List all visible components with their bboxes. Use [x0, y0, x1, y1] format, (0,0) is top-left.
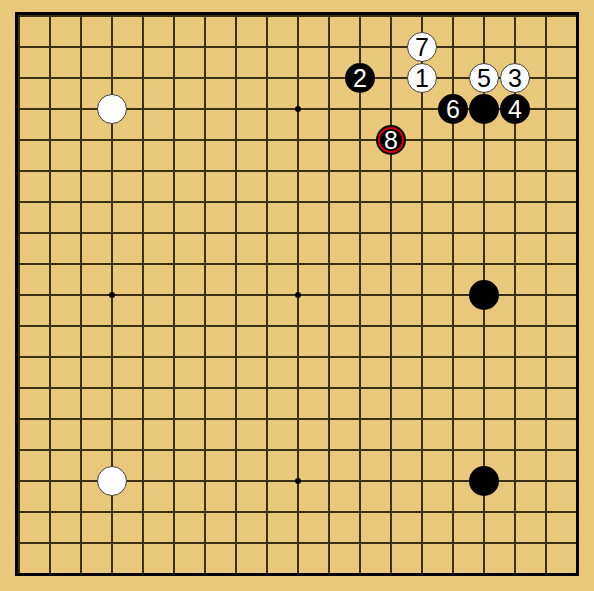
grid-cell	[235, 387, 266, 418]
grid-cell	[359, 263, 390, 294]
grid-cell	[266, 139, 297, 170]
grid-cell	[297, 139, 328, 170]
grid-cell	[545, 387, 576, 418]
grid-cell	[266, 418, 297, 449]
grid-cell	[204, 418, 235, 449]
grid-cell	[18, 108, 49, 139]
grid-cell	[204, 232, 235, 263]
grid-cell	[18, 325, 49, 356]
grid-cell	[235, 263, 266, 294]
grid-cell	[111, 511, 142, 542]
grid-cell	[514, 449, 545, 480]
grid-cell	[235, 294, 266, 325]
grid-cell	[235, 15, 266, 46]
grid-cell	[204, 108, 235, 139]
grid-cell	[421, 418, 452, 449]
grid-cell	[142, 542, 173, 573]
grid-cell	[235, 356, 266, 387]
grid-cell	[297, 232, 328, 263]
go-board[interactable]: 12345678	[15, 12, 579, 576]
grid-cell	[328, 139, 359, 170]
grid-cell	[545, 418, 576, 449]
star-point	[295, 292, 301, 298]
grid-cell	[545, 139, 576, 170]
grid-cell	[545, 46, 576, 77]
grid-cell	[452, 387, 483, 418]
grid-cell	[359, 170, 390, 201]
grid-cell	[49, 511, 80, 542]
grid-cell	[359, 201, 390, 232]
grid-cell	[421, 387, 452, 418]
grid-cell	[235, 139, 266, 170]
grid-cell	[204, 263, 235, 294]
grid-cell	[266, 294, 297, 325]
grid-cell	[452, 542, 483, 573]
grid-cell	[545, 263, 576, 294]
grid-cell	[297, 170, 328, 201]
grid-cell	[111, 46, 142, 77]
grid-cell	[359, 387, 390, 418]
grid-cell	[421, 201, 452, 232]
grid-cell	[266, 325, 297, 356]
grid-cell	[545, 449, 576, 480]
grid-cell	[545, 108, 576, 139]
grid-cell	[18, 449, 49, 480]
grid-cell	[266, 387, 297, 418]
grid-cell	[235, 77, 266, 108]
grid-cell	[204, 325, 235, 356]
grid-cell	[421, 325, 452, 356]
grid-cell	[545, 356, 576, 387]
stone-o17: 1	[407, 63, 437, 93]
grid-cell	[235, 46, 266, 77]
grid-cell	[483, 232, 514, 263]
grid-cell	[545, 511, 576, 542]
grid-cell	[18, 294, 49, 325]
grid-cell	[514, 542, 545, 573]
grid-cell	[80, 387, 111, 418]
grid-cell	[18, 77, 49, 108]
grid-cell	[80, 325, 111, 356]
grid-cell	[173, 139, 204, 170]
grid-cell	[421, 542, 452, 573]
grid-cell	[514, 139, 545, 170]
move-number-label: 1	[415, 63, 429, 93]
grid-cell	[452, 511, 483, 542]
grid-cell	[328, 480, 359, 511]
grid-cell	[80, 232, 111, 263]
grid-cell	[142, 170, 173, 201]
grid-cell	[173, 232, 204, 263]
grid-cell	[173, 418, 204, 449]
grid-cell	[359, 294, 390, 325]
stone-p16: 6	[438, 94, 468, 124]
grid-cell	[545, 15, 576, 46]
grid-cell	[514, 511, 545, 542]
grid-cell	[204, 170, 235, 201]
grid-cell	[80, 356, 111, 387]
grid-cell	[111, 201, 142, 232]
grid-cell	[545, 170, 576, 201]
stone-d4	[97, 466, 127, 496]
grid-cell	[452, 201, 483, 232]
grid-cell	[452, 418, 483, 449]
move-number-label: 6	[446, 94, 460, 124]
grid-cell	[111, 294, 142, 325]
grid-cell	[328, 15, 359, 46]
grid-cell	[49, 294, 80, 325]
grid-cell	[18, 511, 49, 542]
grid-cell	[142, 201, 173, 232]
grid-cell	[359, 356, 390, 387]
grid-cell	[111, 356, 142, 387]
grid-cell	[235, 108, 266, 139]
grid-cell	[235, 232, 266, 263]
grid-cell	[142, 418, 173, 449]
grid-cell	[297, 449, 328, 480]
grid-cell	[142, 15, 173, 46]
grid-cell	[359, 418, 390, 449]
grid-cell	[49, 232, 80, 263]
grid-cell	[359, 511, 390, 542]
grid-cell	[142, 511, 173, 542]
grid-cell	[173, 201, 204, 232]
stone-q17: 5	[469, 63, 499, 93]
grid-cell	[111, 542, 142, 573]
grid-cell	[514, 201, 545, 232]
grid-cell	[18, 139, 49, 170]
grid-cell	[204, 511, 235, 542]
grid-cell	[514, 15, 545, 46]
grid-cell	[297, 77, 328, 108]
grid-cell	[297, 108, 328, 139]
grid-cell	[297, 418, 328, 449]
grid-cell	[142, 387, 173, 418]
grid-cell	[111, 418, 142, 449]
stone-q16	[469, 94, 499, 124]
grid-cell	[111, 170, 142, 201]
grid-cell	[359, 232, 390, 263]
grid-cell	[421, 232, 452, 263]
grid-cell	[80, 263, 111, 294]
grid-cell	[204, 480, 235, 511]
grid-cell	[173, 480, 204, 511]
grid-cell	[111, 325, 142, 356]
grid-cell	[49, 356, 80, 387]
grid-cell	[483, 387, 514, 418]
stone-r17: 3	[500, 63, 530, 93]
grid-cell	[514, 480, 545, 511]
grid-cell	[204, 387, 235, 418]
grid-cell	[204, 542, 235, 573]
grid-cell	[204, 449, 235, 480]
grid-cell	[483, 418, 514, 449]
grid-cell	[204, 201, 235, 232]
grid-cell	[173, 511, 204, 542]
move-number-label: 5	[477, 63, 491, 93]
grid-cell	[483, 139, 514, 170]
grid-cell	[421, 511, 452, 542]
grid-cell	[483, 15, 514, 46]
grid-cell	[111, 15, 142, 46]
grid-cell	[266, 480, 297, 511]
grid-cell	[390, 387, 421, 418]
grid-cell	[452, 356, 483, 387]
grid-cell	[266, 511, 297, 542]
grid-cell	[111, 232, 142, 263]
grid-cell	[111, 387, 142, 418]
grid-cell	[49, 46, 80, 77]
grid-cell	[297, 46, 328, 77]
grid-cell	[204, 15, 235, 46]
grid-cell	[545, 325, 576, 356]
grid-cell	[18, 170, 49, 201]
grid-cell	[545, 542, 576, 573]
grid-cell	[235, 325, 266, 356]
grid-cell	[173, 46, 204, 77]
grid-cell	[328, 387, 359, 418]
grid-cell	[142, 232, 173, 263]
grid-cell	[49, 542, 80, 573]
grid-cell	[514, 170, 545, 201]
grid-cell	[49, 201, 80, 232]
stone-r16: 4	[500, 94, 530, 124]
grid-cell	[142, 139, 173, 170]
grid-cell	[390, 325, 421, 356]
move-number-label: 4	[508, 94, 522, 124]
grid-cell	[111, 139, 142, 170]
grid-cell	[483, 325, 514, 356]
grid-cell	[173, 449, 204, 480]
grid-cell	[266, 108, 297, 139]
grid-cell	[297, 480, 328, 511]
grid-cell	[80, 139, 111, 170]
grid-cell	[514, 356, 545, 387]
grid-cell	[235, 170, 266, 201]
grid-cell	[359, 449, 390, 480]
grid-cell	[421, 449, 452, 480]
grid-cell	[452, 232, 483, 263]
grid-cell	[266, 263, 297, 294]
grid-cell	[297, 201, 328, 232]
grid-cell	[142, 108, 173, 139]
grid-cell	[80, 46, 111, 77]
grid-cell	[266, 449, 297, 480]
grid-cell	[173, 15, 204, 46]
grid-cell	[266, 77, 297, 108]
grid-cell	[390, 480, 421, 511]
grid-cell	[173, 294, 204, 325]
grid-cell	[173, 542, 204, 573]
grid-cell	[80, 511, 111, 542]
grid-cell	[514, 263, 545, 294]
grid-cell	[359, 542, 390, 573]
grid-cell	[452, 325, 483, 356]
move-number-label: 2	[353, 63, 367, 93]
grid-cell	[235, 511, 266, 542]
grid-cell	[266, 356, 297, 387]
grid-cell	[235, 542, 266, 573]
grid-cell	[142, 449, 173, 480]
grid-cell	[142, 263, 173, 294]
move-number-label: 7	[415, 32, 429, 62]
stone-m17: 2	[345, 63, 375, 93]
grid-cell	[514, 418, 545, 449]
grid-cell	[235, 449, 266, 480]
grid-cell	[173, 77, 204, 108]
grid-cell	[421, 139, 452, 170]
grid-cell	[421, 294, 452, 325]
grid-cell	[80, 418, 111, 449]
grid-cell	[142, 356, 173, 387]
grid-cell	[514, 325, 545, 356]
grid-cell	[297, 511, 328, 542]
grid-cell	[483, 201, 514, 232]
grid-cell	[18, 418, 49, 449]
stone-q10	[469, 280, 499, 310]
grid-cell	[49, 108, 80, 139]
grid-cell	[390, 511, 421, 542]
grid-cell	[142, 46, 173, 77]
grid-cell	[235, 480, 266, 511]
grid-cell	[545, 294, 576, 325]
grid-cell	[328, 449, 359, 480]
grid-cell	[297, 263, 328, 294]
grid-cell	[266, 170, 297, 201]
stone-n15: 8	[376, 125, 406, 155]
grid-cell	[266, 46, 297, 77]
grid-cell	[421, 356, 452, 387]
grid-cell	[235, 418, 266, 449]
grid-cell	[49, 170, 80, 201]
grid-cell	[328, 294, 359, 325]
grid-cell	[80, 201, 111, 232]
grid-cell	[390, 356, 421, 387]
grid-cell	[49, 325, 80, 356]
stone-d16	[97, 94, 127, 124]
grid-cell	[390, 263, 421, 294]
grid-cell	[173, 170, 204, 201]
grid-cell	[266, 542, 297, 573]
grid-cell	[514, 387, 545, 418]
grid-cell	[18, 232, 49, 263]
grid-cell	[49, 418, 80, 449]
grid-cell	[49, 449, 80, 480]
grid-cell	[49, 263, 80, 294]
grid-cell	[328, 263, 359, 294]
grid-cell	[328, 511, 359, 542]
grid-cell	[452, 139, 483, 170]
grid-cell	[483, 542, 514, 573]
grid-cell	[328, 232, 359, 263]
grid-cell	[390, 232, 421, 263]
move-number-label: 8	[384, 125, 398, 155]
grid-cell	[142, 480, 173, 511]
grid-cell	[452, 170, 483, 201]
grid-cell	[514, 232, 545, 263]
grid-cell	[390, 542, 421, 573]
grid-cell	[18, 387, 49, 418]
grid-cell	[49, 77, 80, 108]
star-point	[109, 292, 115, 298]
grid-cell	[359, 480, 390, 511]
grid-cell	[328, 108, 359, 139]
grid-cell	[80, 294, 111, 325]
grid-cell	[49, 15, 80, 46]
grid-cell	[142, 325, 173, 356]
grid-cell	[111, 263, 142, 294]
grid-cell	[359, 15, 390, 46]
grid-cell	[483, 356, 514, 387]
grid-cell	[297, 356, 328, 387]
grid-cell	[204, 294, 235, 325]
grid-cell	[545, 480, 576, 511]
grid-cell	[297, 294, 328, 325]
grid-cell	[390, 170, 421, 201]
grid-cell	[204, 356, 235, 387]
grid-cell	[545, 77, 576, 108]
grid-cell	[204, 77, 235, 108]
grid-cell	[80, 15, 111, 46]
grid-cell	[173, 108, 204, 139]
stone-o18: 7	[407, 32, 437, 62]
grid-cell	[328, 418, 359, 449]
grid-cell	[328, 170, 359, 201]
grid-cell	[80, 542, 111, 573]
grid-cell	[514, 294, 545, 325]
grid-cell	[142, 77, 173, 108]
grid-cell	[49, 139, 80, 170]
grid-cell	[204, 46, 235, 77]
grid-cell	[49, 387, 80, 418]
grid-cell	[173, 356, 204, 387]
grid-cell	[49, 480, 80, 511]
grid-cell	[297, 387, 328, 418]
stone-q4	[469, 466, 499, 496]
grid-cell	[173, 325, 204, 356]
grid-cell	[390, 418, 421, 449]
grid-cell	[328, 201, 359, 232]
star-point	[295, 478, 301, 484]
grid-cell	[204, 139, 235, 170]
grid-cell	[483, 511, 514, 542]
grid-cell	[18, 356, 49, 387]
grid-cell	[390, 449, 421, 480]
grid-cell	[18, 263, 49, 294]
grid-cell	[390, 294, 421, 325]
grid-cell	[173, 387, 204, 418]
grid-cell	[18, 46, 49, 77]
grid-cell	[18, 542, 49, 573]
grid-cell	[18, 480, 49, 511]
grid-cell	[18, 201, 49, 232]
grid-cell	[297, 15, 328, 46]
grid-cell	[328, 542, 359, 573]
grid-cell	[452, 15, 483, 46]
grid-cell	[80, 170, 111, 201]
grid-cell	[266, 15, 297, 46]
grid-cell	[545, 201, 576, 232]
grid-cell	[328, 325, 359, 356]
grid-cell	[421, 480, 452, 511]
grid-cell	[328, 356, 359, 387]
star-point	[295, 106, 301, 112]
grid-cell	[173, 263, 204, 294]
grid-cell	[483, 170, 514, 201]
grid-cell	[545, 232, 576, 263]
grid-cell	[421, 263, 452, 294]
grid-cell	[18, 15, 49, 46]
